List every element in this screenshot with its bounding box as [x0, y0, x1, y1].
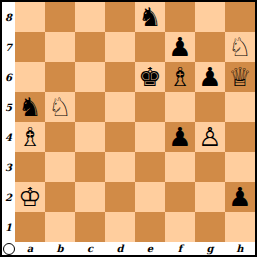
- file-label-g: g: [195, 242, 225, 255]
- square-a6[interactable]: [15, 62, 45, 92]
- square-b2[interactable]: [45, 182, 75, 212]
- piece-black-pawn[interactable]: ♟: [198, 62, 221, 92]
- square-e1[interactable]: [135, 212, 165, 242]
- square-b7[interactable]: [45, 32, 75, 62]
- square-c4[interactable]: [75, 122, 105, 152]
- white-to-move-indicator: [3, 243, 15, 255]
- square-h1[interactable]: [225, 212, 255, 242]
- square-a8[interactable]: [15, 2, 45, 32]
- square-e4[interactable]: [135, 122, 165, 152]
- file-label-e: e: [135, 242, 165, 255]
- square-g7[interactable]: [195, 32, 225, 62]
- side-to-move-indicator-cell: [2, 242, 15, 255]
- rank-label-5: 5: [2, 92, 15, 122]
- file-label-h: h: [225, 242, 255, 255]
- square-a7[interactable]: [15, 32, 45, 62]
- square-g4[interactable]: ♙: [195, 122, 225, 152]
- file-label-b: b: [45, 242, 75, 255]
- piece-white-bishop[interactable]: ♗: [168, 62, 191, 92]
- square-c7[interactable]: [75, 32, 105, 62]
- square-f2[interactable]: [165, 182, 195, 212]
- square-c3[interactable]: [75, 152, 105, 182]
- square-a1[interactable]: [15, 212, 45, 242]
- square-h5[interactable]: [225, 92, 255, 122]
- square-b3[interactable]: [45, 152, 75, 182]
- square-e3[interactable]: [135, 152, 165, 182]
- rank-label-4: 4: [2, 122, 15, 152]
- square-g2[interactable]: [195, 182, 225, 212]
- piece-black-pawn[interactable]: ♟: [228, 182, 251, 212]
- square-f5[interactable]: [165, 92, 195, 122]
- square-a4[interactable]: ♗: [15, 122, 45, 152]
- square-f6[interactable]: ♗: [165, 62, 195, 92]
- square-f4[interactable]: ♟: [165, 122, 195, 152]
- square-b1[interactable]: [45, 212, 75, 242]
- square-g1[interactable]: [195, 212, 225, 242]
- piece-white-pawn[interactable]: ♙: [198, 122, 221, 152]
- bottom-strip: abcdefgh: [2, 242, 255, 255]
- file-label-f: f: [165, 242, 195, 255]
- square-e5[interactable]: [135, 92, 165, 122]
- square-d8[interactable]: [105, 2, 135, 32]
- piece-black-king[interactable]: ♚: [138, 62, 161, 92]
- chess-diagram: 87654321 ♞♟♘♚♗♟♕♞♘♗♟♙♔♟ abcdefgh: [0, 0, 257, 257]
- square-h6[interactable]: ♕: [225, 62, 255, 92]
- piece-white-king[interactable]: ♔: [18, 182, 41, 212]
- file-label-a: a: [15, 242, 45, 255]
- square-g3[interactable]: [195, 152, 225, 182]
- piece-black-knight[interactable]: ♞: [138, 2, 161, 32]
- rank-labels: 87654321: [2, 2, 15, 242]
- square-d1[interactable]: [105, 212, 135, 242]
- square-e7[interactable]: [135, 32, 165, 62]
- square-e6[interactable]: ♚: [135, 62, 165, 92]
- square-g6[interactable]: ♟: [195, 62, 225, 92]
- square-h2[interactable]: ♟: [225, 182, 255, 212]
- square-a2[interactable]: ♔: [15, 182, 45, 212]
- square-d7[interactable]: [105, 32, 135, 62]
- square-b4[interactable]: [45, 122, 75, 152]
- square-c6[interactable]: [75, 62, 105, 92]
- square-c2[interactable]: [75, 182, 105, 212]
- rank-label-8: 8: [2, 2, 15, 32]
- square-f7[interactable]: ♟: [165, 32, 195, 62]
- square-c5[interactable]: [75, 92, 105, 122]
- square-e2[interactable]: [135, 182, 165, 212]
- square-g8[interactable]: [195, 2, 225, 32]
- square-h3[interactable]: [225, 152, 255, 182]
- square-d4[interactable]: [105, 122, 135, 152]
- square-d3[interactable]: [105, 152, 135, 182]
- board: ♞♟♘♚♗♟♕♞♘♗♟♙♔♟: [15, 2, 255, 242]
- piece-black-pawn[interactable]: ♟: [168, 122, 191, 152]
- piece-white-bishop[interactable]: ♗: [18, 122, 41, 152]
- rank-label-2: 2: [2, 182, 15, 212]
- piece-black-pawn[interactable]: ♟: [168, 32, 191, 62]
- file-label-c: c: [75, 242, 105, 255]
- square-h4[interactable]: [225, 122, 255, 152]
- square-h8[interactable]: [225, 2, 255, 32]
- square-c8[interactable]: [75, 2, 105, 32]
- square-h7[interactable]: ♘: [225, 32, 255, 62]
- rank-label-6: 6: [2, 62, 15, 92]
- square-b8[interactable]: [45, 2, 75, 32]
- square-b5[interactable]: ♘: [45, 92, 75, 122]
- square-c1[interactable]: [75, 212, 105, 242]
- diagram-panel: 87654321 ♞♟♘♚♗♟♕♞♘♗♟♙♔♟ abcdefgh: [2, 2, 255, 255]
- square-d5[interactable]: [105, 92, 135, 122]
- rank-label-7: 7: [2, 32, 15, 62]
- piece-white-knight[interactable]: ♘: [228, 32, 251, 62]
- square-f3[interactable]: [165, 152, 195, 182]
- square-a3[interactable]: [15, 152, 45, 182]
- square-f1[interactable]: [165, 212, 195, 242]
- square-b6[interactable]: [45, 62, 75, 92]
- square-d2[interactable]: [105, 182, 135, 212]
- piece-black-knight[interactable]: ♞: [18, 92, 41, 122]
- square-e8[interactable]: ♞: [135, 2, 165, 32]
- square-f8[interactable]: [165, 2, 195, 32]
- file-label-d: d: [105, 242, 135, 255]
- piece-white-queen[interactable]: ♕: [228, 62, 251, 92]
- rank-label-3: 3: [2, 152, 15, 182]
- piece-white-knight[interactable]: ♘: [48, 92, 71, 122]
- file-labels: abcdefgh: [15, 242, 255, 255]
- square-d6[interactable]: [105, 62, 135, 92]
- square-g5[interactable]: [195, 92, 225, 122]
- square-a5[interactable]: ♞: [15, 92, 45, 122]
- rank-label-1: 1: [2, 212, 15, 242]
